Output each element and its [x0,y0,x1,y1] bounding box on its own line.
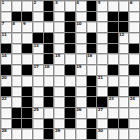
black-cell-r7c3 [22,65,32,75]
clue-number-9: 9 [23,22,25,27]
black-cell-r5c7 [65,44,75,54]
white-cell-r3c9[interactable] [87,22,97,32]
black-cell-r5c13 [129,44,139,54]
white-cell-r6c13[interactable] [129,54,139,64]
black-cell-r11c7 [65,108,75,118]
white-cell-r8c8[interactable] [76,76,86,86]
black-cell-r5c1 [1,44,11,54]
white-cell-r3c5[interactable] [44,22,54,32]
crossword-puzzle: 1234567891011121314151617181920212223242… [0,0,140,140]
clue-number-1: 1 [2,1,4,6]
white-cell-r4c3[interactable] [22,33,32,43]
white-cell-r11c10[interactable]: 27 [97,108,107,118]
white-cell-r12c8[interactable] [76,119,86,129]
black-cell-r12c12 [119,119,129,129]
white-cell-r8c3[interactable] [22,76,32,86]
black-cell-r9c7 [65,87,75,97]
black-cell-r7c1 [1,65,11,75]
clue-number-20: 20 [2,76,7,81]
white-cell-r13c13[interactable] [129,129,139,139]
white-cell-r13c7[interactable] [65,129,75,139]
clue-number-11: 11 [2,33,7,38]
black-cell-r10c7 [65,97,75,107]
clue-number-29: 29 [55,129,60,134]
black-cell-r4c4 [33,33,43,43]
white-cell-r2c10[interactable] [97,12,107,22]
white-cell-r8c10[interactable]: 21 [97,76,107,86]
white-cell-r7c2[interactable] [12,65,22,75]
black-cell-r13c9 [87,129,97,139]
white-cell-r7c12[interactable] [119,65,129,75]
white-cell-r9c12[interactable] [119,87,129,97]
black-cell-r2c3 [22,12,32,22]
white-cell-r1c11[interactable] [108,1,118,11]
clue-number-15: 15 [55,54,60,59]
white-cell-r6c2[interactable] [12,54,22,64]
black-cell-r2c7 [65,12,75,22]
black-cell-r5c3 [22,44,32,54]
black-cell-r12c2 [12,119,22,129]
black-cell-r8c9 [87,76,97,86]
white-cell-r12c1[interactable] [1,119,11,129]
black-cell-r4c11 [108,33,118,43]
white-cell-r7c4[interactable]: 17 [33,65,43,75]
black-cell-r1c9 [87,1,97,11]
white-cell-r6c7[interactable] [65,54,75,64]
white-cell-r6c1[interactable]: 14 [1,54,11,64]
white-cell-r1c13[interactable]: 6 [129,1,139,11]
white-cell-r1c2[interactable] [12,1,22,11]
black-cell-r2c11 [108,12,118,22]
white-cell-r5c2[interactable] [12,44,22,54]
white-cell-r6c9[interactable]: 16 [87,54,97,64]
clue-number-8: 8 [12,22,14,27]
white-cell-r10c8[interactable] [76,97,86,107]
clue-number-27: 27 [98,108,103,113]
white-cell-r6c12[interactable] [119,54,129,64]
white-cell-r10c2[interactable] [12,97,22,107]
white-cell-r11c4[interactable]: 25 [33,108,43,118]
white-cell-r5c8[interactable] [76,44,86,54]
clue-number-3: 3 [55,1,57,6]
white-cell-r1c12[interactable] [119,1,129,11]
white-cell-r6c8[interactable] [76,54,86,64]
white-cell-r12c6[interactable] [54,119,64,129]
white-cell-r8c13[interactable] [129,76,139,86]
white-cell-r11c6[interactable] [54,108,64,118]
white-cell-r4c1[interactable]: 11 [1,33,11,43]
clue-number-24: 24 [130,97,135,102]
white-cell-r4c6[interactable] [54,33,64,43]
white-cell-r1c10[interactable]: 5 [97,1,107,11]
black-cell-r13c5 [44,129,54,139]
white-cell-r10c1[interactable]: 22 [1,97,11,107]
clue-number-17: 17 [34,65,39,70]
black-cell-r2c2 [12,12,22,22]
white-cell-r3c6[interactable] [54,22,64,32]
clue-number-13: 13 [34,44,39,49]
white-cell-r11c9[interactable] [87,108,97,118]
white-cell-r1c7[interactable] [65,1,75,11]
black-cell-r4c9 [87,33,97,43]
black-cell-r5c11 [108,44,118,54]
clue-number-14: 14 [2,54,7,59]
white-cell-r7c9[interactable] [87,65,97,75]
black-cell-r12c11 [108,119,118,129]
clue-number-5: 5 [98,1,100,6]
white-cell-r8c11[interactable] [108,76,118,86]
black-cell-r3c7 [65,22,75,32]
clue-number-23: 23 [108,97,113,102]
white-cell-r12c10[interactable] [97,119,107,129]
clue-number-7: 7 [2,22,4,27]
white-cell-r6c6[interactable]: 15 [54,54,64,64]
white-cell-r1c8[interactable]: 4 [76,1,86,11]
white-cell-r10c12[interactable] [119,97,129,107]
white-cell-r9c8[interactable] [76,87,86,97]
white-cell-r3c10[interactable] [97,22,107,32]
black-cell-r4c7 [65,33,75,43]
white-cell-r9c6[interactable] [54,87,64,97]
white-cell-r13c8[interactable] [76,129,86,139]
black-cell-r6c5 [44,54,54,64]
white-cell-r8c1[interactable]: 20 [1,76,11,86]
black-cell-r11c3 [22,108,32,118]
white-cell-r7c6[interactable] [54,65,64,75]
black-cell-r5c5 [44,44,54,54]
white-cell-r3c8[interactable]: 10 [76,22,86,32]
black-cell-r9c3 [22,87,32,97]
black-cell-r2c5 [44,12,54,22]
black-cell-r9c11 [108,87,118,97]
black-cell-r2c12 [119,12,129,22]
white-cell-r11c1[interactable] [1,108,11,118]
black-cell-r3c12 [119,22,129,32]
white-cell-r9c4[interactable] [33,87,43,97]
white-cell-r11c12[interactable] [119,108,129,118]
black-cell-r10c9 [87,97,97,107]
white-cell-r3c3[interactable]: 9 [22,22,32,32]
white-cell-r4c10[interactable] [97,33,107,43]
white-cell-r13c11[interactable] [108,129,118,139]
clue-number-6: 6 [130,1,132,6]
black-cell-r7c7 [65,65,75,75]
black-cell-r12c3 [22,119,32,129]
white-cell-r6c10[interactable] [97,54,107,64]
clue-number-28: 28 [2,129,7,134]
white-cell-r3c4[interactable] [33,22,43,32]
black-cell-r9c13 [129,87,139,97]
black-cell-r10c3 [22,97,32,107]
white-cell-r11c11[interactable] [108,108,118,118]
black-cell-r3c11 [108,22,118,32]
black-cell-r7c13 [129,65,139,75]
white-cell-r8c7[interactable] [65,76,75,86]
white-cell-r13c1[interactable]: 28 [1,129,11,139]
white-cell-r8c4[interactable] [33,76,43,86]
white-cell-r4c2[interactable] [12,33,22,43]
white-cell-r13c10[interactable]: 30 [97,129,107,139]
clue-number-22: 22 [2,97,7,102]
black-cell-r4c5 [44,33,54,43]
black-cell-r9c1 [1,87,11,97]
white-cell-r7c10[interactable] [97,65,107,75]
white-cell-r11c8[interactable]: 26 [76,108,86,118]
clue-number-25: 25 [34,108,39,113]
white-cell-r6c4[interactable] [33,54,43,64]
white-cell-r9c2[interactable] [12,87,22,97]
white-cell-r2c6[interactable] [54,12,64,22]
white-cell-r13c3[interactable] [22,129,32,139]
white-cell-r12c4[interactable] [33,119,43,129]
white-cell-r8c5[interactable] [44,76,54,86]
black-cell-r5c9 [87,44,97,54]
white-cell-r11c5[interactable] [44,108,54,118]
white-cell-r10c4[interactable] [33,97,43,107]
black-cell-r11c2 [12,108,22,118]
black-cell-r1c5 [44,1,54,11]
white-cell-r10c13[interactable]: 24 [129,97,139,107]
white-cell-r1c3[interactable] [22,1,32,11]
white-cell-r10c11[interactable]: 23 [108,97,118,107]
white-cell-r5c6[interactable] [54,44,64,54]
white-cell-r7c8[interactable]: 19 [76,65,86,75]
white-cell-r4c13[interactable] [129,33,139,43]
clue-number-19: 19 [76,65,81,70]
white-cell-r1c4[interactable]: 2 [33,1,43,11]
black-cell-r9c5 [44,87,54,97]
white-cell-r5c12[interactable] [119,44,129,54]
clue-number-16: 16 [87,54,92,59]
clue-number-21: 21 [98,76,103,81]
white-cell-r2c8[interactable] [76,12,86,22]
clue-number-10: 10 [76,22,81,27]
clue-number-12: 12 [119,33,124,38]
white-cell-r8c6[interactable] [54,76,64,86]
white-cell-r8c12[interactable] [119,76,129,86]
black-cell-r12c7 [65,119,75,129]
white-cell-r1c1[interactable]: 1 [1,1,11,11]
black-cell-r2c9 [87,12,97,22]
white-cell-r7c5[interactable]: 18 [44,65,54,75]
clue-number-30: 30 [98,129,103,134]
black-cell-r12c9 [87,119,97,129]
white-cell-r2c4[interactable] [33,12,43,22]
white-cell-r6c11[interactable] [108,54,118,64]
white-cell-r4c12[interactable]: 12 [119,33,129,43]
white-cell-r4c8[interactable] [76,33,86,43]
white-cell-r9c10[interactable] [97,87,107,97]
white-cell-r3c13[interactable] [129,22,139,32]
white-cell-r5c10[interactable] [97,44,107,54]
white-cell-r3c2[interactable]: 8 [12,22,22,32]
white-cell-r13c4[interactable] [33,129,43,139]
clue-number-18: 18 [44,65,49,70]
clue-number-4: 4 [76,1,78,6]
white-cell-r11c13[interactable] [129,108,139,118]
white-cell-r13c6[interactable]: 29 [54,129,64,139]
crossword-grid: 1234567891011121314151617181920212223242… [0,0,140,140]
white-cell-r1c6[interactable]: 3 [54,1,64,11]
white-cell-r5c4[interactable]: 13 [33,44,43,54]
black-cell-r9c9 [87,87,97,97]
white-cell-r6c3[interactable] [22,54,32,64]
white-cell-r10c6[interactable] [54,97,64,107]
white-cell-r8c2[interactable] [12,76,22,86]
white-cell-r13c12[interactable] [119,129,129,139]
white-cell-r2c13[interactable] [129,12,139,22]
white-cell-r3c1[interactable]: 7 [1,22,11,32]
black-cell-r10c10 [97,97,107,107]
white-cell-r13c2[interactable] [12,129,22,139]
black-cell-r7c11 [108,65,118,75]
white-cell-r12c13[interactable] [129,119,139,129]
white-cell-r2c1[interactable] [1,12,11,22]
clue-number-2: 2 [34,1,36,6]
black-cell-r12c5 [44,119,54,129]
clue-number-26: 26 [76,108,81,113]
black-cell-r10c5 [44,97,54,107]
